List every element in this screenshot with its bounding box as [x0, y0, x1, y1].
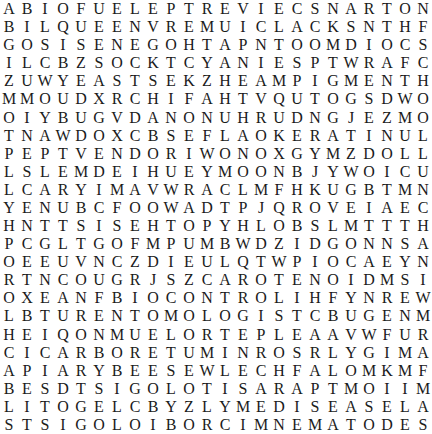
grid-cell-r12c3[interactable]: N: [36, 199, 54, 217]
grid-cell-r5c10[interactable]: E: [162, 72, 180, 90]
grid-cell-r14c19[interactable]: G: [324, 235, 342, 253]
grid-cell-r10c12[interactable]: Y: [198, 163, 216, 181]
grid-cell-r23c9[interactable]: B: [144, 398, 162, 416]
grid-cell-r7c16[interactable]: U: [270, 109, 288, 127]
grid-cell-r2c2[interactable]: I: [18, 18, 36, 36]
grid-cell-r10c17[interactable]: B: [288, 163, 306, 181]
grid-cell-r19c7[interactable]: M: [108, 326, 126, 344]
grid-cell-r23c24[interactable]: A: [414, 398, 432, 416]
grid-cell-r14c20[interactable]: O: [342, 235, 360, 253]
grid-cell-r21c24[interactable]: F: [414, 362, 432, 380]
grid-cell-r3c17[interactable]: O: [288, 36, 306, 54]
grid-cell-r12c2[interactable]: E: [18, 199, 36, 217]
grid-cell-r3c20[interactable]: D: [342, 36, 360, 54]
grid-cell-r21c13[interactable]: L: [216, 362, 234, 380]
grid-cell-r24c5[interactable]: G: [72, 416, 90, 434]
grid-cell-r15c9[interactable]: D: [144, 253, 162, 271]
grid-cell-r8c9[interactable]: B: [144, 127, 162, 145]
grid-cell-r16c22[interactable]: M: [378, 271, 396, 289]
grid-cell-r16c12[interactable]: C: [198, 271, 216, 289]
grid-cell-r2c11[interactable]: E: [180, 18, 198, 36]
grid-cell-r16c15[interactable]: O: [252, 271, 270, 289]
grid-cell-r15c13[interactable]: L: [216, 253, 234, 271]
grid-cell-r14c9[interactable]: M: [144, 235, 162, 253]
grid-cell-r15c17[interactable]: P: [288, 253, 306, 271]
grid-cell-r8c15[interactable]: O: [252, 127, 270, 145]
grid-cell-r12c10[interactable]: W: [162, 199, 180, 217]
grid-cell-r16c17[interactable]: E: [288, 271, 306, 289]
grid-cell-r19c22[interactable]: F: [378, 326, 396, 344]
grid-cell-r24c16[interactable]: N: [270, 416, 288, 434]
grid-cell-r17c6[interactable]: F: [90, 289, 108, 307]
grid-cell-r16c14[interactable]: R: [234, 271, 252, 289]
grid-cell-r9c23[interactable]: L: [396, 145, 414, 163]
grid-cell-r16c23[interactable]: S: [396, 271, 414, 289]
grid-cell-r6c8[interactable]: C: [126, 90, 144, 108]
grid-cell-r7c19[interactable]: G: [324, 109, 342, 127]
grid-cell-r11c12[interactable]: A: [198, 181, 216, 199]
grid-cell-r1c11[interactable]: T: [180, 0, 198, 18]
grid-cell-r9c24[interactable]: L: [414, 145, 432, 163]
grid-cell-r11c9[interactable]: V: [144, 181, 162, 199]
grid-cell-r16c4[interactable]: C: [54, 271, 72, 289]
grid-cell-r11c22[interactable]: T: [378, 181, 396, 199]
grid-cell-r19c17[interactable]: E: [288, 326, 306, 344]
grid-cell-r12c16[interactable]: Q: [270, 199, 288, 217]
grid-cell-r3c7[interactable]: N: [108, 36, 126, 54]
grid-cell-r1c8[interactable]: L: [126, 0, 144, 18]
grid-cell-r1c16[interactable]: E: [270, 0, 288, 18]
grid-cell-r3c9[interactable]: G: [144, 36, 162, 54]
grid-cell-r6c18[interactable]: T: [306, 90, 324, 108]
grid-cell-r3c3[interactable]: S: [36, 36, 54, 54]
grid-cell-r13c16[interactable]: O: [270, 217, 288, 235]
grid-cell-r13c11[interactable]: O: [180, 217, 198, 235]
grid-cell-r23c6[interactable]: E: [90, 398, 108, 416]
grid-cell-r10c8[interactable]: I: [126, 163, 144, 181]
grid-cell-r6c11[interactable]: F: [180, 90, 198, 108]
grid-cell-r18c8[interactable]: T: [126, 307, 144, 325]
grid-cell-r3c14[interactable]: P: [234, 36, 252, 54]
grid-cell-r7c20[interactable]: J: [342, 109, 360, 127]
grid-cell-r15c16[interactable]: W: [270, 253, 288, 271]
grid-cell-r12c5[interactable]: B: [72, 199, 90, 217]
grid-cell-r1c9[interactable]: E: [144, 0, 162, 18]
grid-cell-r19c18[interactable]: A: [306, 326, 324, 344]
grid-cell-r2c3[interactable]: L: [36, 18, 54, 36]
grid-cell-r1c4[interactable]: O: [54, 0, 72, 18]
grid-cell-r14c12[interactable]: M: [198, 235, 216, 253]
grid-cell-r5c21[interactable]: E: [360, 72, 378, 90]
grid-cell-r15c5[interactable]: V: [72, 253, 90, 271]
grid-cell-r8c8[interactable]: C: [126, 127, 144, 145]
grid-cell-r12c9[interactable]: O: [144, 199, 162, 217]
grid-cell-r5c9[interactable]: S: [144, 72, 162, 90]
grid-cell-r2c21[interactable]: N: [360, 18, 378, 36]
grid-cell-r6c6[interactable]: X: [90, 90, 108, 108]
grid-cell-r6c19[interactable]: O: [324, 90, 342, 108]
grid-cell-r11c1[interactable]: L: [0, 181, 18, 199]
grid-cell-r13c24[interactable]: H: [414, 217, 432, 235]
grid-cell-r7c22[interactable]: Z: [378, 109, 396, 127]
grid-cell-r18c19[interactable]: B: [324, 307, 342, 325]
grid-cell-r16c11[interactable]: Z: [180, 271, 198, 289]
grid-cell-r5c22[interactable]: N: [378, 72, 396, 90]
grid-cell-r10c23[interactable]: C: [396, 163, 414, 181]
grid-cell-r12c20[interactable]: E: [342, 199, 360, 217]
grid-cell-r4c9[interactable]: K: [144, 54, 162, 72]
grid-cell-r5c8[interactable]: T: [126, 72, 144, 90]
grid-cell-r12c11[interactable]: A: [180, 199, 198, 217]
grid-cell-r13c10[interactable]: T: [162, 217, 180, 235]
grid-cell-r4c15[interactable]: I: [252, 54, 270, 72]
grid-cell-r7c9[interactable]: A: [144, 109, 162, 127]
grid-cell-r2c18[interactable]: C: [306, 18, 324, 36]
grid-cell-r2c12[interactable]: M: [198, 18, 216, 36]
grid-cell-r21c21[interactable]: M: [360, 362, 378, 380]
grid-cell-r2c19[interactable]: K: [324, 18, 342, 36]
grid-cell-r20c11[interactable]: U: [180, 344, 198, 362]
grid-cell-r11c24[interactable]: N: [414, 181, 432, 199]
grid-cell-r14c1[interactable]: P: [0, 235, 18, 253]
grid-cell-r11c10[interactable]: W: [162, 181, 180, 199]
grid-cell-r20c10[interactable]: T: [162, 344, 180, 362]
grid-cell-r14c4[interactable]: L: [54, 235, 72, 253]
grid-cell-r18c12[interactable]: L: [198, 307, 216, 325]
grid-cell-r1c15[interactable]: I: [252, 0, 270, 18]
grid-cell-r21c16[interactable]: H: [270, 362, 288, 380]
grid-cell-r8c23[interactable]: U: [396, 127, 414, 145]
grid-cell-r4c24[interactable]: C: [414, 54, 432, 72]
grid-cell-r16c19[interactable]: O: [324, 271, 342, 289]
grid-cell-r7c4[interactable]: B: [54, 109, 72, 127]
grid-cell-r6c16[interactable]: Q: [270, 90, 288, 108]
grid-cell-r24c24[interactable]: S: [414, 416, 432, 434]
grid-cell-r3c1[interactable]: G: [0, 36, 18, 54]
grid-cell-r6c21[interactable]: S: [360, 90, 378, 108]
grid-cell-r3c24[interactable]: S: [414, 36, 432, 54]
grid-cell-r5c13[interactable]: H: [216, 72, 234, 90]
grid-cell-r12c4[interactable]: U: [54, 199, 72, 217]
grid-cell-r13c8[interactable]: E: [126, 217, 144, 235]
grid-cell-r18c11[interactable]: O: [180, 307, 198, 325]
grid-cell-r12c17[interactable]: R: [288, 199, 306, 217]
grid-cell-r4c18[interactable]: P: [306, 54, 324, 72]
grid-cell-r16c21[interactable]: D: [360, 271, 378, 289]
grid-cell-r7c18[interactable]: N: [306, 109, 324, 127]
grid-cell-r19c6[interactable]: N: [90, 326, 108, 344]
grid-cell-r20c2[interactable]: I: [18, 344, 36, 362]
grid-cell-r23c3[interactable]: T: [36, 398, 54, 416]
grid-cell-r4c19[interactable]: T: [324, 54, 342, 72]
grid-cell-r5c20[interactable]: M: [342, 72, 360, 90]
grid-cell-r20c24[interactable]: A: [414, 344, 432, 362]
grid-cell-r23c18[interactable]: S: [306, 398, 324, 416]
grid-cell-r9c10[interactable]: R: [162, 145, 180, 163]
grid-cell-r10c14[interactable]: O: [234, 163, 252, 181]
grid-cell-r23c1[interactable]: L: [0, 398, 18, 416]
grid-cell-r22c4[interactable]: D: [54, 380, 72, 398]
grid-cell-r24c17[interactable]: E: [288, 416, 306, 434]
grid-cell-r24c19[interactable]: A: [324, 416, 342, 434]
grid-cell-r16c9[interactable]: J: [144, 271, 162, 289]
grid-cell-r3c2[interactable]: O: [18, 36, 36, 54]
grid-cell-r18c18[interactable]: C: [306, 307, 324, 325]
grid-cell-r10c4[interactable]: E: [54, 163, 72, 181]
grid-cell-r2c17[interactable]: A: [288, 18, 306, 36]
grid-cell-r9c18[interactable]: Y: [306, 145, 324, 163]
grid-cell-r22c6[interactable]: S: [90, 380, 108, 398]
grid-cell-r1c17[interactable]: C: [288, 0, 306, 18]
grid-cell-r2c15[interactable]: C: [252, 18, 270, 36]
grid-cell-r17c23[interactable]: E: [396, 289, 414, 307]
grid-cell-r21c17[interactable]: F: [288, 362, 306, 380]
grid-cell-r10c20[interactable]: W: [342, 163, 360, 181]
grid-cell-r17c14[interactable]: R: [234, 289, 252, 307]
grid-cell-r7c13[interactable]: U: [216, 109, 234, 127]
grid-cell-r1c7[interactable]: E: [108, 0, 126, 18]
grid-cell-r4c3[interactable]: C: [36, 54, 54, 72]
grid-cell-r22c3[interactable]: S: [36, 380, 54, 398]
grid-cell-r24c1[interactable]: S: [0, 416, 18, 434]
grid-cell-r22c9[interactable]: O: [144, 380, 162, 398]
grid-cell-r8c12[interactable]: F: [198, 127, 216, 145]
grid-cell-r4c17[interactable]: S: [288, 54, 306, 72]
grid-cell-r17c18[interactable]: H: [306, 289, 324, 307]
grid-cell-r17c21[interactable]: N: [360, 289, 378, 307]
grid-cell-r16c3[interactable]: N: [36, 271, 54, 289]
grid-cell-r13c4[interactable]: T: [54, 217, 72, 235]
grid-cell-r5c7[interactable]: S: [108, 72, 126, 90]
grid-cell-r7c5[interactable]: U: [72, 109, 90, 127]
grid-cell-r6c5[interactable]: D: [72, 90, 90, 108]
grid-cell-r3c8[interactable]: E: [126, 36, 144, 54]
grid-cell-r23c14[interactable]: M: [234, 398, 252, 416]
grid-cell-r7c12[interactable]: N: [198, 109, 216, 127]
grid-cell-r15c12[interactable]: U: [198, 253, 216, 271]
grid-cell-r17c19[interactable]: F: [324, 289, 342, 307]
grid-cell-r5c2[interactable]: U: [18, 72, 36, 90]
grid-cell-r21c22[interactable]: K: [378, 362, 396, 380]
grid-cell-r6c23[interactable]: W: [396, 90, 414, 108]
grid-cell-r3c16[interactable]: T: [270, 36, 288, 54]
grid-cell-r17c5[interactable]: N: [72, 289, 90, 307]
grid-cell-r2c4[interactable]: Q: [54, 18, 72, 36]
grid-cell-r10c13[interactable]: M: [216, 163, 234, 181]
grid-cell-r3c6[interactable]: E: [90, 36, 108, 54]
grid-cell-r22c7[interactable]: I: [108, 380, 126, 398]
grid-cell-r5c16[interactable]: M: [270, 72, 288, 90]
grid-cell-r8c17[interactable]: E: [288, 127, 306, 145]
grid-cell-r6c20[interactable]: G: [342, 90, 360, 108]
grid-cell-r2c10[interactable]: R: [162, 18, 180, 36]
grid-cell-r15c11[interactable]: E: [180, 253, 198, 271]
grid-cell-r24c15[interactable]: M: [252, 416, 270, 434]
grid-cell-r11c14[interactable]: L: [234, 181, 252, 199]
grid-cell-r6c13[interactable]: H: [216, 90, 234, 108]
grid-cell-r9c20[interactable]: Z: [342, 145, 360, 163]
grid-cell-r11c4[interactable]: R: [54, 181, 72, 199]
grid-cell-r12c19[interactable]: V: [324, 199, 342, 217]
grid-cell-r20c22[interactable]: I: [378, 344, 396, 362]
grid-cell-r1c19[interactable]: N: [324, 0, 342, 18]
grid-cell-r15c18[interactable]: I: [306, 253, 324, 271]
grid-cell-r22c20[interactable]: M: [342, 380, 360, 398]
grid-cell-r19c16[interactable]: L: [270, 326, 288, 344]
grid-cell-r1c23[interactable]: O: [396, 0, 414, 18]
grid-cell-r8c20[interactable]: T: [342, 127, 360, 145]
grid-cell-r16c13[interactable]: A: [216, 271, 234, 289]
grid-cell-r11c7[interactable]: M: [108, 181, 126, 199]
grid-cell-r21c15[interactable]: C: [252, 362, 270, 380]
grid-cell-r17c8[interactable]: I: [126, 289, 144, 307]
grid-cell-r24c8[interactable]: O: [126, 416, 144, 434]
grid-cell-r23c10[interactable]: Y: [162, 398, 180, 416]
grid-cell-r22c19[interactable]: T: [324, 380, 342, 398]
grid-cell-r15c1[interactable]: O: [0, 253, 18, 271]
grid-cell-r13c12[interactable]: P: [198, 217, 216, 235]
grid-cell-r2c8[interactable]: N: [126, 18, 144, 36]
grid-cell-r8c24[interactable]: L: [414, 127, 432, 145]
grid-cell-r19c10[interactable]: L: [162, 326, 180, 344]
grid-cell-r4c21[interactable]: R: [360, 54, 378, 72]
grid-cell-r5c18[interactable]: I: [306, 72, 324, 90]
grid-cell-r16c6[interactable]: U: [90, 271, 108, 289]
grid-cell-r6c3[interactable]: O: [36, 90, 54, 108]
grid-cell-r16c24[interactable]: I: [414, 271, 432, 289]
grid-cell-r22c16[interactable]: R: [270, 380, 288, 398]
grid-cell-r24c22[interactable]: D: [378, 416, 396, 434]
grid-cell-r11c21[interactable]: B: [360, 181, 378, 199]
grid-cell-r21c14[interactable]: E: [234, 362, 252, 380]
grid-cell-r18c4[interactable]: U: [54, 307, 72, 325]
grid-cell-r4c8[interactable]: C: [126, 54, 144, 72]
grid-cell-r17c24[interactable]: W: [414, 289, 432, 307]
grid-cell-r23c17[interactable]: I: [288, 398, 306, 416]
grid-cell-r20c9[interactable]: E: [144, 344, 162, 362]
grid-cell-r19c19[interactable]: A: [324, 326, 342, 344]
grid-cell-r7c23[interactable]: M: [396, 109, 414, 127]
grid-cell-r14c10[interactable]: P: [162, 235, 180, 253]
grid-cell-r17c17[interactable]: I: [288, 289, 306, 307]
grid-cell-r23c16[interactable]: D: [270, 398, 288, 416]
grid-cell-r21c20[interactable]: O: [342, 362, 360, 380]
grid-cell-r23c5[interactable]: G: [72, 398, 90, 416]
grid-cell-r6c9[interactable]: H: [144, 90, 162, 108]
grid-cell-r24c12[interactable]: R: [198, 416, 216, 434]
grid-cell-r7c7[interactable]: V: [108, 109, 126, 127]
grid-cell-r11c17[interactable]: H: [288, 181, 306, 199]
grid-cell-r24c20[interactable]: T: [342, 416, 360, 434]
grid-cell-r19c23[interactable]: U: [396, 326, 414, 344]
grid-cell-r4c5[interactable]: Z: [72, 54, 90, 72]
grid-cell-r8c13[interactable]: L: [216, 127, 234, 145]
grid-cell-r20c18[interactable]: R: [306, 344, 324, 362]
grid-cell-r13c14[interactable]: H: [234, 217, 252, 235]
grid-cell-r12c23[interactable]: E: [396, 199, 414, 217]
grid-cell-r15c14[interactable]: Q: [234, 253, 252, 271]
grid-cell-r20c17[interactable]: S: [288, 344, 306, 362]
grid-cell-r8c7[interactable]: X: [108, 127, 126, 145]
grid-cell-r14c23[interactable]: S: [396, 235, 414, 253]
grid-cell-r20c3[interactable]: C: [36, 344, 54, 362]
grid-cell-r24c4[interactable]: I: [54, 416, 72, 434]
grid-cell-r16c5[interactable]: O: [72, 271, 90, 289]
grid-cell-r1c12[interactable]: R: [198, 0, 216, 18]
grid-cell-r8c2[interactable]: N: [18, 127, 36, 145]
grid-cell-r19c20[interactable]: V: [342, 326, 360, 344]
grid-cell-r21c9[interactable]: E: [144, 362, 162, 380]
grid-cell-r7c2[interactable]: I: [18, 109, 36, 127]
grid-cell-r6c17[interactable]: U: [288, 90, 306, 108]
grid-cell-r5c5[interactable]: E: [72, 72, 90, 90]
grid-cell-r22c17[interactable]: A: [288, 380, 306, 398]
grid-cell-r21c23[interactable]: M: [396, 362, 414, 380]
grid-cell-r21c18[interactable]: A: [306, 362, 324, 380]
grid-cell-r22c13[interactable]: I: [216, 380, 234, 398]
grid-cell-r18c20[interactable]: U: [342, 307, 360, 325]
grid-cell-r17c4[interactable]: A: [54, 289, 72, 307]
grid-cell-r22c22[interactable]: I: [378, 380, 396, 398]
grid-cell-r4c1[interactable]: I: [0, 54, 18, 72]
grid-cell-r6c24[interactable]: O: [414, 90, 432, 108]
grid-cell-r8c22[interactable]: N: [378, 127, 396, 145]
grid-cell-r23c2[interactable]: I: [18, 398, 36, 416]
grid-cell-r19c11[interactable]: O: [180, 326, 198, 344]
grid-cell-r8c4[interactable]: W: [54, 127, 72, 145]
grid-cell-r2c23[interactable]: H: [396, 18, 414, 36]
grid-cell-r6c12[interactable]: A: [198, 90, 216, 108]
grid-cell-r9c16[interactable]: X: [270, 145, 288, 163]
grid-cell-r17c9[interactable]: O: [144, 289, 162, 307]
grid-cell-r19c21[interactable]: W: [360, 326, 378, 344]
grid-cell-r5c24[interactable]: H: [414, 72, 432, 90]
grid-cell-r14c2[interactable]: C: [18, 235, 36, 253]
grid-cell-r20c8[interactable]: R: [126, 344, 144, 362]
grid-cell-r5c1[interactable]: Z: [0, 72, 18, 90]
grid-cell-r22c5[interactable]: T: [72, 380, 90, 398]
grid-cell-r3c5[interactable]: S: [72, 36, 90, 54]
grid-cell-r10c24[interactable]: U: [414, 163, 432, 181]
grid-cell-r21c4[interactable]: A: [54, 362, 72, 380]
grid-cell-r5c11[interactable]: K: [180, 72, 198, 90]
grid-cell-r24c18[interactable]: M: [306, 416, 324, 434]
grid-cell-r10c3[interactable]: L: [36, 163, 54, 181]
grid-cell-r14c8[interactable]: F: [126, 235, 144, 253]
grid-cell-r6c10[interactable]: I: [162, 90, 180, 108]
grid-cell-r10c21[interactable]: O: [360, 163, 378, 181]
grid-cell-r23c8[interactable]: C: [126, 398, 144, 416]
grid-cell-r11c3[interactable]: A: [36, 181, 54, 199]
grid-cell-r13c23[interactable]: T: [396, 217, 414, 235]
grid-cell-r9c8[interactable]: D: [126, 145, 144, 163]
grid-cell-r8c16[interactable]: K: [270, 127, 288, 145]
grid-cell-r13c13[interactable]: Y: [216, 217, 234, 235]
grid-cell-r18c23[interactable]: N: [396, 307, 414, 325]
grid-cell-r12c7[interactable]: F: [108, 199, 126, 217]
grid-cell-r13c18[interactable]: S: [306, 217, 324, 235]
grid-cell-r6c4[interactable]: U: [54, 90, 72, 108]
grid-cell-r4c23[interactable]: F: [396, 54, 414, 72]
grid-cell-r20c21[interactable]: G: [360, 344, 378, 362]
grid-cell-r12c21[interactable]: I: [360, 199, 378, 217]
grid-cell-r8c19[interactable]: A: [324, 127, 342, 145]
grid-cell-r22c10[interactable]: L: [162, 380, 180, 398]
grid-cell-r15c8[interactable]: Z: [126, 253, 144, 271]
grid-cell-r21c3[interactable]: I: [36, 362, 54, 380]
grid-cell-r4c10[interactable]: T: [162, 54, 180, 72]
grid-cell-r13c9[interactable]: H: [144, 217, 162, 235]
